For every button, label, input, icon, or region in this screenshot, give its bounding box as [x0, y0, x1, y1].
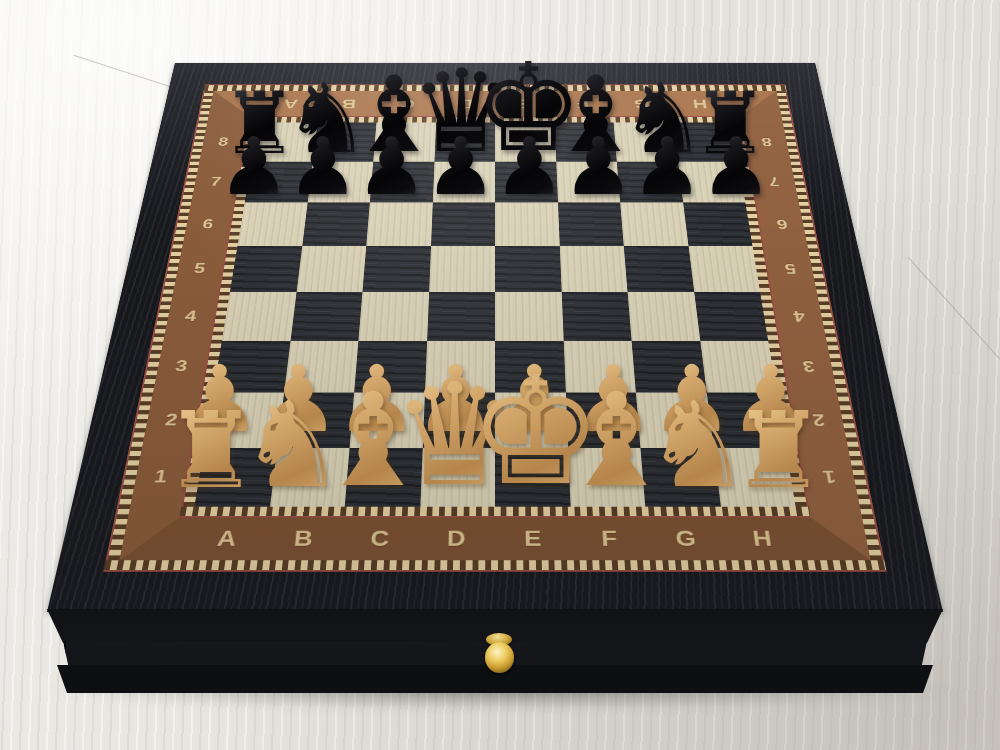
square-c4[interactable]: [358, 292, 428, 341]
piece-black-pawn-g7[interactable]: ♟: [632, 127, 703, 206]
file-label-bottom-h: H: [751, 528, 774, 549]
piece-black-pawn-b7[interactable]: ♟: [287, 127, 358, 206]
file-label-bottom-f: F: [601, 528, 619, 549]
square-e4[interactable]: [495, 292, 563, 341]
rank-label-right-4: 4: [791, 309, 806, 324]
rank-label-left-5: 5: [193, 262, 207, 276]
piece-black-pawn-c7[interactable]: ♟: [356, 127, 427, 206]
square-f4[interactable]: [561, 292, 631, 341]
rank-label-left-6: 6: [201, 217, 215, 230]
square-h5[interactable]: [688, 246, 760, 292]
table-surface: AABBCCDDEEFFGGHH1122334455667788 ♜♞♝♛♚♝♞…: [0, 0, 1000, 750]
file-label-bottom-d: D: [447, 528, 467, 549]
square-g4[interactable]: [628, 292, 700, 341]
piece-black-pawn-d7[interactable]: ♟: [425, 127, 496, 206]
file-label-bottom-b: B: [293, 528, 315, 549]
square-e5[interactable]: [495, 246, 561, 292]
square-c5[interactable]: [362, 246, 430, 292]
square-f5[interactable]: [559, 246, 627, 292]
piece-white-rook-h1[interactable]: ♜: [731, 398, 825, 503]
square-a4[interactable]: [222, 292, 296, 341]
square-h4[interactable]: [694, 292, 768, 341]
file-label-bottom-g: G: [675, 528, 698, 549]
square-b4[interactable]: [290, 292, 362, 341]
piece-black-pawn-h7[interactable]: ♟: [700, 127, 771, 206]
piece-black-pawn-f7[interactable]: ♟: [563, 127, 634, 206]
file-label-bottom-a: A: [216, 528, 239, 549]
square-g5[interactable]: [624, 246, 694, 292]
square-a5[interactable]: [230, 246, 302, 292]
file-label-bottom-e: E: [524, 528, 543, 549]
piece-black-pawn-a7[interactable]: ♟: [218, 127, 289, 206]
drawer-knob[interactable]: [485, 642, 514, 673]
square-b5[interactable]: [296, 246, 366, 292]
square-d4[interactable]: [427, 292, 495, 341]
rank-label-right-5: 5: [783, 262, 797, 276]
table-scratch: [908, 257, 1000, 384]
square-d5[interactable]: [429, 246, 495, 292]
piece-black-pawn-e7[interactable]: ♟: [494, 127, 565, 206]
rank-label-right-6: 6: [775, 217, 789, 230]
file-label-bottom-c: C: [370, 528, 391, 549]
